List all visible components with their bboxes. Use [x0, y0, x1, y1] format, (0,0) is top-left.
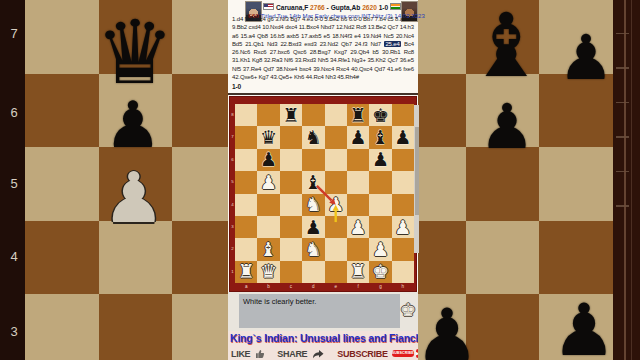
white-king: ♚ — [372, 262, 389, 281]
square-g2[interactable]: ♟ — [369, 238, 391, 260]
background-rank-label-6: 6 — [6, 105, 22, 120]
background-black-queen: ♛ — [96, 9, 175, 97]
background-scoresheet-lines — [616, 0, 629, 232]
square-c6[interactable] — [280, 149, 302, 171]
white-pawn: ♟ — [372, 240, 389, 259]
background-frame-line-2 — [631, 0, 632, 360]
black-pawn: ♟ — [372, 150, 389, 169]
square-a6[interactable] — [235, 149, 257, 171]
square-b7[interactable]: ♛ — [257, 126, 279, 148]
white-pawn: ♟ — [327, 195, 344, 214]
file-label-e: e — [325, 283, 347, 291]
square-f8[interactable]: ♜ — [347, 104, 369, 126]
black-elo: 2620 — [362, 4, 377, 11]
square-h7[interactable]: ♟ — [392, 126, 414, 148]
square-e6[interactable] — [325, 149, 347, 171]
square-h4[interactable] — [392, 194, 414, 216]
square-g1[interactable]: ♚ — [369, 261, 391, 283]
share-arrow-icon[interactable] — [312, 345, 324, 360]
black-rook: ♜ — [350, 106, 367, 125]
white-knight: ♞ — [305, 240, 322, 259]
square-f4[interactable] — [347, 194, 369, 216]
square-d4[interactable]: ♞ — [302, 194, 324, 216]
panel-divider — [228, 93, 418, 95]
black-pawn: ♟ — [260, 150, 277, 169]
black-queen: ♛ — [260, 128, 277, 147]
square-c3[interactable] — [280, 216, 302, 238]
white-elo: 2766 — [310, 4, 325, 11]
result-line: 1-0 — [232, 83, 414, 91]
square-e5[interactable] — [325, 171, 347, 193]
square-f7[interactable]: ♟ — [347, 126, 369, 148]
background-rank-label-3: 3 — [6, 324, 22, 339]
us-flag-icon — [263, 3, 274, 11]
square-e1[interactable] — [325, 261, 347, 283]
black-rook: ♜ — [282, 106, 299, 125]
background-black-pawn: ♟ — [479, 96, 535, 158]
square-h5[interactable] — [392, 171, 414, 193]
black-pawn: ♟ — [350, 128, 367, 147]
white-player-name: Caruana,F — [276, 4, 308, 11]
like-button[interactable]: LIKE — [231, 349, 250, 359]
square-g4[interactable] — [369, 194, 391, 216]
square-d5[interactable]: ♝ — [302, 171, 324, 193]
game-replay-overlay: Caruana,F 2766 - Gupta,Ab 2620 1-0 E60Ti… — [228, 0, 418, 360]
square-a4[interactable] — [235, 194, 257, 216]
file-label-d: d — [302, 283, 324, 291]
background-square — [539, 147, 613, 221]
square-g6[interactable]: ♟ — [369, 149, 391, 171]
square-g7[interactable]: ♝ — [369, 126, 391, 148]
footer-bar: King`s Indian: Unusual lines and Fianche… — [228, 331, 418, 360]
subscribe-pill-button[interactable]: SUBSCRIBE — [392, 350, 414, 357]
square-a8[interactable] — [235, 104, 257, 126]
square-f6[interactable] — [347, 149, 369, 171]
square-b2[interactable]: ♝ — [257, 238, 279, 260]
background-square — [25, 294, 99, 360]
background-white-pawn: ♟ — [103, 163, 166, 233]
square-c2[interactable] — [280, 238, 302, 260]
square-c4[interactable] — [280, 194, 302, 216]
square-f1[interactable]: ♜ — [347, 261, 369, 283]
square-a5[interactable] — [235, 171, 257, 193]
india-flag-icon — [390, 3, 401, 11]
square-d2[interactable]: ♞ — [302, 238, 324, 260]
white-knight: ♞ — [305, 195, 322, 214]
file-label-h: h — [392, 283, 414, 291]
square-g5[interactable] — [369, 171, 391, 193]
board-file-labels: abcdefgh — [235, 283, 414, 291]
square-c8[interactable]: ♜ — [280, 104, 302, 126]
background-black-bishop: ♝ — [467, 2, 546, 90]
square-d8[interactable] — [302, 104, 324, 126]
black-knight: ♞ — [305, 128, 322, 147]
square-h3[interactable]: ♟ — [392, 216, 414, 238]
file-label-f: f — [347, 283, 369, 291]
square-b5[interactable]: ♟ — [257, 171, 279, 193]
thumbs-up-icon[interactable] — [255, 345, 265, 360]
background-black-pawn: ♟ — [558, 27, 614, 89]
background-square — [25, 74, 99, 148]
background-rank-label-7: 7 — [6, 26, 22, 41]
square-d1[interactable] — [302, 261, 324, 283]
file-label-a: a — [235, 283, 257, 291]
annotation-panel: White is clearly better. ♚ — [228, 292, 418, 331]
screenshot-root: { "game": "chess", "position": { "fen": … — [0, 0, 640, 360]
square-h1[interactable] — [392, 261, 414, 283]
square-b1[interactable]: ♛ — [257, 261, 279, 283]
black-pawn: ♟ — [305, 218, 322, 237]
white-pawn: ♟ — [394, 218, 411, 237]
video-title: King`s Indian: Unusual lines and Fianche… — [230, 332, 418, 344]
background-square — [466, 221, 540, 295]
square-h6[interactable] — [392, 149, 414, 171]
square-d6[interactable] — [302, 149, 324, 171]
square-f5[interactable] — [347, 171, 369, 193]
background-black-pawn: ♟ — [104, 93, 161, 157]
background-square — [99, 294, 173, 360]
square-c5[interactable] — [280, 171, 302, 193]
background-square — [25, 147, 99, 221]
square-e7[interactable] — [325, 126, 347, 148]
youtube-icon[interactable]: ▶ — [416, 349, 418, 358]
square-b8[interactable] — [257, 104, 279, 126]
current-move[interactable]: 25.e4 — [384, 41, 401, 47]
notation-panel: 1.d4 Nf6 2.c4 g6 3.Nf3 Bg7 4.e3 0-0 5.Be… — [232, 15, 414, 92]
annotation-box[interactable]: White is clearly better. — [239, 294, 400, 328]
background-rank-label-4: 4 — [6, 249, 22, 264]
file-label-c: c — [280, 283, 302, 291]
board-frame: 87654321 ♜♜♚♛♞♟♝♟♟♟♟♝♞♟♟♟♟♝♞♟♜♛♜♚ abcdef… — [229, 96, 417, 292]
white-pawn: ♟ — [350, 218, 367, 237]
square-a3[interactable] — [235, 216, 257, 238]
mini-board: ♜♜♚♛♞♟♝♟♟♟♟♝♞♟♟♟♟♝♞♟♜♛♜♚ — [235, 104, 414, 283]
square-e2[interactable] — [325, 238, 347, 260]
white-pawn: ♟ — [260, 173, 277, 192]
background-rank-label-5: 5 — [6, 176, 22, 191]
king-logo-icon: ♚ — [399, 301, 417, 319]
black-bishop: ♝ — [372, 128, 389, 147]
square-b6[interactable]: ♟ — [257, 149, 279, 171]
square-f2[interactable] — [347, 238, 369, 260]
background-black-pawn: ♟ — [552, 294, 617, 360]
square-a2[interactable] — [235, 238, 257, 260]
subscribe-button[interactable]: SUBSCRIBE — [337, 349, 387, 359]
action-row: LIKE SHARE SUBSCRIBE SUBSCRIBE ▶ — [231, 347, 418, 360]
square-a1[interactable]: ♜ — [235, 261, 257, 283]
background-square — [539, 221, 613, 295]
square-f3[interactable]: ♟ — [347, 216, 369, 238]
square-a7[interactable] — [235, 126, 257, 148]
annotation-text: White is clearly better. — [239, 294, 400, 308]
square-e4[interactable]: ♟ — [325, 194, 347, 216]
square-h2[interactable] — [392, 238, 414, 260]
share-button[interactable]: SHARE — [277, 349, 307, 359]
game-result: 1-0 — [379, 4, 389, 11]
white-rook: ♜ — [350, 262, 367, 281]
white-bishop: ♝ — [260, 240, 277, 259]
square-d3[interactable]: ♟ — [302, 216, 324, 238]
white-queen: ♛ — [260, 262, 277, 281]
black-player-name: Gupta,Ab — [331, 4, 361, 11]
background-square — [25, 0, 99, 74]
black-pawn: ♟ — [394, 128, 411, 147]
scrollbar-thumb[interactable] — [415, 127, 419, 215]
file-label-g: g — [369, 283, 391, 291]
square-e8[interactable] — [325, 104, 347, 126]
players-line: Caruana,F 2766 - Gupta,Ab 2620 1-0 — [261, 3, 402, 11]
black-bishop: ♝ — [305, 173, 322, 192]
square-e3[interactable] — [325, 216, 347, 238]
square-g3[interactable] — [369, 216, 391, 238]
square-b3[interactable] — [257, 216, 279, 238]
white-rook: ♜ — [238, 262, 255, 281]
square-h8[interactable] — [392, 104, 414, 126]
players-separator: - — [327, 4, 329, 11]
scrollbar[interactable] — [414, 105, 419, 253]
square-d7[interactable]: ♞ — [302, 126, 324, 148]
file-label-b: b — [257, 283, 279, 291]
black-king: ♚ — [372, 106, 389, 125]
background-square — [25, 221, 99, 295]
background-frame-line — [624, 0, 626, 360]
square-b4[interactable] — [257, 194, 279, 216]
background-black-pawn: ♟ — [415, 299, 480, 360]
square-c1[interactable] — [280, 261, 302, 283]
square-g8[interactable]: ♚ — [369, 104, 391, 126]
square-c7[interactable] — [280, 126, 302, 148]
